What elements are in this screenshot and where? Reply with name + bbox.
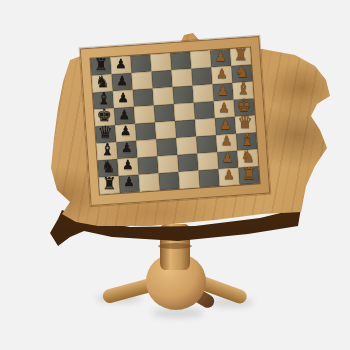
- square-h6: [130, 55, 151, 73]
- square-b4: [177, 154, 198, 172]
- square-d7: ♟: [115, 124, 136, 142]
- square-a2: ♟: [218, 168, 239, 186]
- black-pawn: ♟: [122, 158, 134, 171]
- square-f5: [153, 87, 174, 105]
- square-b7: ♟: [118, 158, 139, 176]
- white-rook: ♜: [242, 165, 256, 181]
- white-rook: ♜: [234, 47, 248, 63]
- white-pawn: ♟: [217, 84, 229, 97]
- black-pawn: ♟: [120, 124, 132, 137]
- square-c6: [136, 139, 157, 157]
- square-a7: ♟: [119, 175, 140, 193]
- square-e5: [154, 104, 175, 122]
- white-pawn: ♟: [221, 134, 233, 147]
- square-d6: [135, 122, 156, 140]
- square-e2: ♟: [214, 100, 235, 118]
- square-a6: [139, 173, 160, 191]
- square-f3: [193, 84, 214, 102]
- white-pawn: ♟: [223, 168, 235, 181]
- black-pawn: ♟: [119, 108, 131, 121]
- square-f6: [133, 88, 154, 106]
- square-b5: [157, 155, 178, 173]
- black-queen: ♛: [98, 124, 113, 141]
- black-pawn: ♟: [115, 57, 127, 70]
- white-queen: ♛: [238, 114, 253, 131]
- square-b3: [197, 152, 218, 170]
- square-d2: ♟: [215, 117, 236, 135]
- square-c5: [156, 138, 177, 156]
- square-g4: [171, 69, 192, 87]
- square-a8: ♜: [99, 176, 120, 194]
- white-pawn: ♟: [218, 101, 230, 114]
- square-e7: ♟: [114, 107, 135, 125]
- square-g2: ♟: [211, 66, 232, 84]
- black-rook: ♜: [102, 175, 116, 191]
- black-knight: ♞: [95, 73, 109, 89]
- black-rook: ♜: [94, 57, 108, 73]
- black-pawn: ♟: [123, 175, 135, 188]
- square-f4: [173, 86, 194, 104]
- square-f7: ♟: [113, 90, 134, 108]
- black-bishop: ♝: [100, 141, 114, 157]
- square-a3: [199, 169, 220, 187]
- square-h5: [150, 53, 171, 71]
- chessboard: ♜♟♟♜♞♟♟♞♝♟♟♝♚♟♟♚♛♟♟♛♝♟♟♝♞♟♟♞♜♟♟♜: [90, 48, 259, 195]
- white-knight: ♞: [235, 64, 249, 80]
- square-a5: [159, 172, 180, 190]
- square-d4: [175, 120, 196, 138]
- square-e3: [194, 101, 215, 119]
- square-c3: [196, 135, 217, 153]
- black-pawn: ♟: [116, 74, 128, 87]
- square-h2: ♟: [210, 49, 231, 67]
- pedestal-column-ring: [158, 243, 192, 249]
- square-a1: ♜: [238, 166, 259, 184]
- black-pawn: ♟: [118, 91, 130, 104]
- square-h7: ♟: [110, 56, 131, 74]
- square-g5: [151, 70, 172, 88]
- square-c7: ♟: [116, 141, 137, 159]
- square-e6: [134, 105, 155, 123]
- square-h3: [190, 50, 211, 68]
- square-g3: [191, 67, 212, 85]
- square-d3: [195, 118, 216, 136]
- square-c2: ♟: [216, 134, 237, 152]
- black-knight: ♞: [101, 158, 115, 174]
- white-pawn: ♟: [216, 67, 228, 80]
- square-g6: [132, 72, 153, 90]
- square-c4: [176, 137, 197, 155]
- white-pawn: ♟: [215, 50, 227, 63]
- square-g7: ♟: [112, 73, 133, 91]
- square-e4: [174, 103, 195, 121]
- square-b2: ♟: [217, 151, 238, 169]
- white-bishop: ♝: [239, 132, 253, 148]
- white-pawn: ♟: [220, 117, 232, 130]
- white-knight: ♞: [241, 149, 255, 165]
- white-pawn: ♟: [222, 151, 234, 164]
- black-pawn: ♟: [121, 141, 133, 154]
- chess-table-photo: ♜♟♟♜♞♟♟♞♝♟♟♝♚♟♟♚♛♟♟♛♝♟♟♝♞♟♟♞♜♟♟♜: [0, 0, 350, 350]
- square-a4: [179, 170, 200, 188]
- square-h4: [170, 52, 191, 70]
- square-b6: [137, 156, 158, 174]
- square-f2: ♟: [213, 83, 234, 101]
- square-d5: [155, 121, 176, 139]
